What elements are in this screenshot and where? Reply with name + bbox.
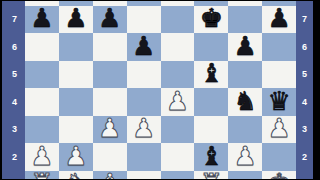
- piece-black-bishop-f5[interactable]: ♝: [200, 61, 223, 87]
- square-b7[interactable]: ♟: [59, 6, 93, 34]
- chess-board[interactable]: ♜♟♟♟♚♟♟♟♝♟♞♛♟♟♟♟♟♝♟♜♞♝♜♚: [25, 0, 296, 180]
- piece-black-king-f7[interactable]: ♚: [200, 6, 223, 32]
- square-d6[interactable]: ♟: [127, 33, 161, 61]
- letterbox-bar: [313, 0, 320, 180]
- square-e7[interactable]: [161, 6, 195, 34]
- square-h3[interactable]: ♟: [262, 116, 296, 144]
- square-d2[interactable]: [127, 143, 161, 171]
- piece-white-pawn-d3[interactable]: ♟: [132, 116, 155, 142]
- square-c7[interactable]: ♟: [93, 6, 127, 34]
- rank-label-4: 4: [296, 97, 313, 107]
- square-g7[interactable]: [228, 6, 262, 34]
- square-f3[interactable]: [194, 116, 228, 144]
- square-d7[interactable]: [127, 6, 161, 34]
- square-h2[interactable]: [262, 143, 296, 171]
- rank-label-3: 3: [296, 124, 313, 134]
- square-f5[interactable]: ♝: [194, 61, 228, 89]
- square-f6[interactable]: [194, 33, 228, 61]
- square-h7[interactable]: ♟: [262, 6, 296, 34]
- square-h6[interactable]: [262, 33, 296, 61]
- rank-label-2: 2: [2, 152, 27, 162]
- square-b2[interactable]: ♟: [59, 143, 93, 171]
- square-g2[interactable]: ♟: [228, 143, 262, 171]
- square-c4[interactable]: [93, 88, 127, 116]
- piece-white-pawn-g2[interactable]: ♟: [234, 143, 257, 169]
- square-e2[interactable]: [161, 143, 195, 171]
- rank-label-6: 6: [296, 42, 313, 52]
- square-h5[interactable]: [262, 61, 296, 89]
- square-g3[interactable]: [228, 116, 262, 144]
- square-g6[interactable]: ♟: [228, 33, 262, 61]
- square-a2[interactable]: ♟: [25, 143, 59, 171]
- rank-label-2: 2: [296, 152, 313, 162]
- frame-edge-bottom: [0, 179, 320, 180]
- square-g5[interactable]: [228, 61, 262, 89]
- square-d3[interactable]: ♟: [127, 116, 161, 144]
- square-a6[interactable]: [25, 33, 59, 61]
- square-a4[interactable]: [25, 88, 59, 116]
- piece-black-pawn-d6[interactable]: ♟: [132, 33, 155, 59]
- square-f2[interactable]: ♝: [194, 143, 228, 171]
- rank-label-7: 7: [296, 14, 313, 24]
- piece-black-pawn-g6[interactable]: ♟: [234, 33, 257, 59]
- piece-black-pawn-c7[interactable]: ♟: [98, 6, 121, 32]
- square-e3[interactable]: [161, 116, 195, 144]
- square-e6[interactable]: [161, 33, 195, 61]
- square-c5[interactable]: [93, 61, 127, 89]
- piece-black-queen-h4[interactable]: ♛: [267, 88, 290, 114]
- piece-white-pawn-h3[interactable]: ♟: [267, 116, 290, 142]
- rank-label-3: 3: [2, 124, 27, 134]
- square-h4[interactable]: ♛: [262, 88, 296, 116]
- square-b5[interactable]: [59, 61, 93, 89]
- square-c3[interactable]: ♟: [93, 116, 127, 144]
- piece-black-knight-g4[interactable]: ♞: [234, 88, 257, 114]
- square-b6[interactable]: [59, 33, 93, 61]
- square-a3[interactable]: [25, 116, 59, 144]
- square-g4[interactable]: ♞: [228, 88, 262, 116]
- rank-label-5: 5: [2, 69, 27, 79]
- piece-white-pawn-a2[interactable]: ♟: [30, 143, 53, 169]
- piece-black-pawn-b7[interactable]: ♟: [64, 6, 87, 32]
- rank-label-4: 4: [2, 97, 27, 107]
- square-e4[interactable]: ♟: [161, 88, 195, 116]
- frame-edge-top: [0, 0, 320, 1]
- piece-white-pawn-e4[interactable]: ♟: [166, 88, 189, 114]
- square-d5[interactable]: [127, 61, 161, 89]
- rank-label-5: 5: [296, 69, 313, 79]
- piece-white-pawn-c3[interactable]: ♟: [98, 116, 121, 142]
- square-e5[interactable]: [161, 61, 195, 89]
- square-f4[interactable]: [194, 88, 228, 116]
- rank-labels-left: 87654321: [0, 0, 27, 180]
- rank-label-6: 6: [2, 42, 27, 52]
- piece-black-bishop-f2[interactable]: ♝: [200, 143, 223, 169]
- rank-labels-right: 87654321: [296, 0, 313, 180]
- square-d4[interactable]: [127, 88, 161, 116]
- piece-black-pawn-h7[interactable]: ♟: [267, 6, 290, 32]
- square-a7[interactable]: ♟: [25, 6, 59, 34]
- video-frame: 87654321 87654321 ♜♟♟♟♚♟♟♟♝♟♞♛♟♟♟♟♟♝♟♜♞♝…: [0, 0, 320, 180]
- square-c6[interactable]: [93, 33, 127, 61]
- square-b3[interactable]: [59, 116, 93, 144]
- piece-black-pawn-a7[interactable]: ♟: [30, 6, 53, 32]
- piece-white-pawn-b2[interactable]: ♟: [64, 143, 87, 169]
- square-f7[interactable]: ♚: [194, 6, 228, 34]
- square-c2[interactable]: [93, 143, 127, 171]
- rank-label-7: 7: [2, 14, 27, 24]
- square-a5[interactable]: [25, 61, 59, 89]
- square-b4[interactable]: [59, 88, 93, 116]
